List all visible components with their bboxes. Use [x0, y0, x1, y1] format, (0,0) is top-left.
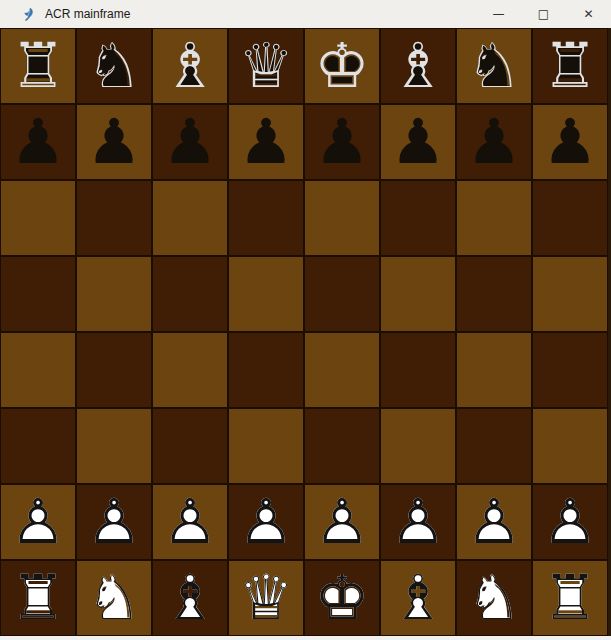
piece-white-rook[interactable]: ♜♖: [532, 560, 608, 636]
piece-white-bishop[interactable]: ♝♗: [152, 560, 228, 636]
square-d7[interactable]: ♟: [228, 104, 304, 180]
square-h1[interactable]: ♜♖: [532, 560, 608, 636]
square-h4[interactable]: [532, 332, 608, 408]
piece-black-pawn[interactable]: ♟: [304, 104, 380, 180]
board-area: ♜♖♞♘♝♗♛♕♚♔♝♗♞♘♜♖♟♟♟♟♟♟♟♟♟♙♟♙♟♙♟♙♟♙♟♙♟♙♟♙…: [0, 28, 611, 636]
square-f5[interactable]: [380, 256, 456, 332]
square-a2[interactable]: ♟♙: [0, 484, 76, 560]
app-window: ACR mainframe — □ ✕ ♜♖♞♘♝♗♛♕♚♔♝♗♞♘♜♖♟♟♟♟…: [0, 0, 611, 640]
square-c6[interactable]: [152, 180, 228, 256]
square-h6[interactable]: [532, 180, 608, 256]
square-e5[interactable]: [304, 256, 380, 332]
square-g2[interactable]: ♟♙: [456, 484, 532, 560]
square-e7[interactable]: ♟: [304, 104, 380, 180]
piece-white-queen[interactable]: ♛♕: [228, 560, 304, 636]
square-b8[interactable]: ♞♘: [76, 28, 152, 104]
square-g1[interactable]: ♞♘: [456, 560, 532, 636]
piece-white-pawn[interactable]: ♟♙: [304, 484, 380, 560]
square-d8[interactable]: ♛♕: [228, 28, 304, 104]
piece-black-bishop[interactable]: ♝♗: [152, 28, 228, 104]
square-b4[interactable]: [76, 332, 152, 408]
minimize-button[interactable]: —: [476, 0, 521, 28]
chess-board: ♜♖♞♘♝♗♛♕♚♔♝♗♞♘♜♖♟♟♟♟♟♟♟♟♟♙♟♙♟♙♟♙♟♙♟♙♟♙♟♙…: [0, 28, 608, 636]
piece-white-knight[interactable]: ♞♘: [456, 560, 532, 636]
square-d3[interactable]: [228, 408, 304, 484]
square-g4[interactable]: [456, 332, 532, 408]
square-c8[interactable]: ♝♗: [152, 28, 228, 104]
square-f4[interactable]: [380, 332, 456, 408]
square-b1[interactable]: ♞♘: [76, 560, 152, 636]
square-c3[interactable]: [152, 408, 228, 484]
piece-white-bishop[interactable]: ♝♗: [380, 560, 456, 636]
square-b6[interactable]: [76, 180, 152, 256]
piece-white-pawn[interactable]: ♟♙: [76, 484, 152, 560]
window-controls: — □ ✕: [476, 0, 611, 28]
square-c1[interactable]: ♝♗: [152, 560, 228, 636]
square-b2[interactable]: ♟♙: [76, 484, 152, 560]
square-b3[interactable]: [76, 408, 152, 484]
piece-white-pawn[interactable]: ♟♙: [228, 484, 304, 560]
piece-black-pawn[interactable]: ♟: [152, 104, 228, 180]
close-button[interactable]: ✕: [566, 0, 611, 28]
piece-black-pawn[interactable]: ♟: [228, 104, 304, 180]
square-h2[interactable]: ♟♙: [532, 484, 608, 560]
titlebar[interactable]: ACR mainframe — □ ✕: [0, 0, 611, 28]
square-a7[interactable]: ♟: [0, 104, 76, 180]
piece-white-pawn[interactable]: ♟♙: [152, 484, 228, 560]
square-e3[interactable]: [304, 408, 380, 484]
square-d5[interactable]: [228, 256, 304, 332]
square-e4[interactable]: [304, 332, 380, 408]
square-g7[interactable]: ♟: [456, 104, 532, 180]
piece-black-pawn[interactable]: ♟: [380, 104, 456, 180]
piece-black-bishop[interactable]: ♝♗: [380, 28, 456, 104]
piece-black-pawn[interactable]: ♟: [0, 104, 76, 180]
square-a1[interactable]: ♜♖: [0, 560, 76, 636]
maximize-button[interactable]: □: [521, 0, 566, 28]
square-a3[interactable]: [0, 408, 76, 484]
piece-white-rook[interactable]: ♜♖: [0, 560, 76, 636]
square-c4[interactable]: [152, 332, 228, 408]
tk-feather-icon: [21, 7, 35, 22]
square-d4[interactable]: [228, 332, 304, 408]
window-bottom-edge: [0, 636, 611, 640]
piece-white-pawn[interactable]: ♟♙: [456, 484, 532, 560]
square-a6[interactable]: [0, 180, 76, 256]
square-b5[interactable]: [76, 256, 152, 332]
piece-white-pawn[interactable]: ♟♙: [532, 484, 608, 560]
piece-black-knight[interactable]: ♞♘: [456, 28, 532, 104]
square-g6[interactable]: [456, 180, 532, 256]
square-c5[interactable]: [152, 256, 228, 332]
piece-black-rook[interactable]: ♜♖: [0, 28, 76, 104]
square-f3[interactable]: [380, 408, 456, 484]
piece-white-king[interactable]: ♚♔: [304, 560, 380, 636]
square-a8[interactable]: ♜♖: [0, 28, 76, 104]
square-f6[interactable]: [380, 180, 456, 256]
piece-white-knight[interactable]: ♞♘: [76, 560, 152, 636]
square-h7[interactable]: ♟: [532, 104, 608, 180]
square-c2[interactable]: ♟♙: [152, 484, 228, 560]
square-f7[interactable]: ♟: [380, 104, 456, 180]
square-d2[interactable]: ♟♙: [228, 484, 304, 560]
square-h5[interactable]: [532, 256, 608, 332]
square-a5[interactable]: [0, 256, 76, 332]
square-g5[interactable]: [456, 256, 532, 332]
piece-black-pawn[interactable]: ♟: [532, 104, 608, 180]
square-g8[interactable]: ♞♘: [456, 28, 532, 104]
square-h8[interactable]: ♜♖: [532, 28, 608, 104]
piece-white-pawn[interactable]: ♟♙: [380, 484, 456, 560]
piece-black-queen[interactable]: ♛♕: [228, 28, 304, 104]
square-d1[interactable]: ♛♕: [228, 560, 304, 636]
square-b7[interactable]: ♟: [76, 104, 152, 180]
square-f2[interactable]: ♟♙: [380, 484, 456, 560]
piece-black-king[interactable]: ♚♔: [304, 28, 380, 104]
square-e6[interactable]: [304, 180, 380, 256]
piece-black-knight[interactable]: ♞♘: [76, 28, 152, 104]
window-title: ACR mainframe: [45, 7, 130, 21]
square-c7[interactable]: ♟: [152, 104, 228, 180]
square-f1[interactable]: ♝♗: [380, 560, 456, 636]
square-g3[interactable]: [456, 408, 532, 484]
square-h3[interactable]: [532, 408, 608, 484]
piece-black-rook[interactable]: ♜♖: [532, 28, 608, 104]
square-f8[interactable]: ♝♗: [380, 28, 456, 104]
square-e1[interactable]: ♚♔: [304, 560, 380, 636]
square-e8[interactable]: ♚♔: [304, 28, 380, 104]
piece-black-pawn[interactable]: ♟: [456, 104, 532, 180]
piece-black-pawn[interactable]: ♟: [76, 104, 152, 180]
square-d6[interactable]: [228, 180, 304, 256]
square-a4[interactable]: [0, 332, 76, 408]
square-e2[interactable]: ♟♙: [304, 484, 380, 560]
piece-white-pawn[interactable]: ♟♙: [0, 484, 76, 560]
